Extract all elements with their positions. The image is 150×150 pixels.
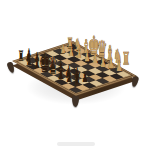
pieces-layer: ♜♟♟♜♞♟♟♞♝♟♟♝♚♟♟♚♛♟♟♛♝♟♟♝♞♟♟♞♜♟♟♜: [0, 0, 150, 150]
product-photo-chess-set[interactable]: ♜♟♟♜♞♟♟♞♝♟♟♝♚♟♟♚♛♟♟♛♝♟♟♝♞♟♟♞♜♟♟♜: [0, 0, 150, 150]
black-rook[interactable]: ♜: [73, 71, 81, 89]
white-pawn[interactable]: ♟: [108, 57, 115, 72]
watermark: [57, 142, 95, 146]
white-pawn[interactable]: ♟: [68, 46, 74, 59]
black-knight[interactable]: ♞: [25, 51, 33, 68]
white-pawn[interactable]: ♟: [60, 43, 65, 55]
white-rook[interactable]: ♜: [122, 50, 130, 68]
black-pawn[interactable]: ♟: [82, 70, 89, 85]
black-rook[interactable]: ♜: [18, 49, 25, 64]
white-pawn[interactable]: ♟: [76, 48, 82, 61]
white-pawn[interactable]: ♟: [84, 50, 90, 63]
white-pawn[interactable]: ♟: [100, 54, 106, 68]
white-pawn[interactable]: ♟: [116, 59, 123, 74]
white-pawn[interactable]: ♟: [92, 52, 98, 66]
